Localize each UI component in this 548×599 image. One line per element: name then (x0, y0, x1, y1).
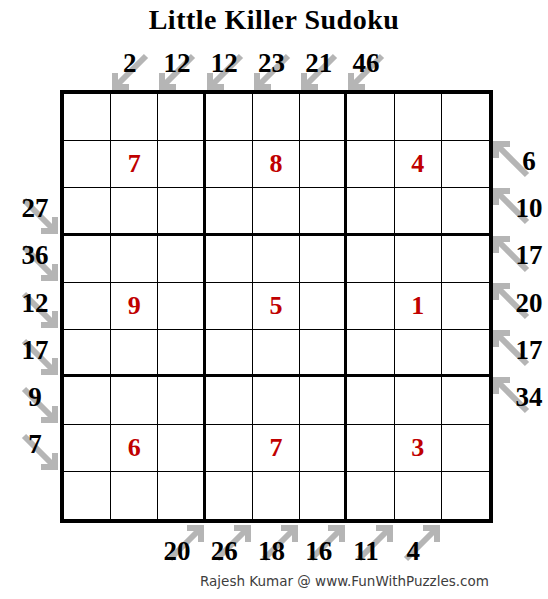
cell-r1c4[interactable] (206, 94, 253, 141)
cell-r8c7[interactable] (347, 425, 394, 472)
cell-r7c1[interactable] (64, 377, 111, 424)
clue-right-r3: 10 (516, 193, 543, 224)
cell-r3c9[interactable] (442, 188, 489, 235)
cell-r2c8: 4 (395, 141, 442, 188)
cell-r7c6[interactable] (300, 377, 347, 424)
clue-top-c3: 12 (164, 48, 191, 79)
clue-bottom-c4: 26 (211, 536, 238, 567)
cell-r8c8: 3 (395, 425, 442, 472)
cell-r7c5[interactable] (253, 377, 300, 424)
cell-r8c2: 6 (111, 425, 158, 472)
cell-r9c6[interactable] (300, 472, 347, 519)
clue-left-r8: 7 (28, 429, 42, 460)
cell-r3c4[interactable] (206, 188, 253, 235)
cell-r7c7[interactable] (347, 377, 394, 424)
cell-r1c1[interactable] (64, 94, 111, 141)
cell-r8c9[interactable] (442, 425, 489, 472)
cell-r7c9[interactable] (442, 377, 489, 424)
cell-r6c3[interactable] (158, 330, 205, 377)
clue-top-c6: 21 (305, 48, 332, 79)
clue-left-r4: 36 (22, 240, 49, 271)
cell-r7c3[interactable] (158, 377, 205, 424)
cell-r9c3[interactable] (158, 472, 205, 519)
cell-r6c8[interactable] (395, 330, 442, 377)
cell-r4c1[interactable] (64, 236, 111, 283)
cell-r9c1[interactable] (64, 472, 111, 519)
cell-r9c7[interactable] (347, 472, 394, 519)
cell-r3c3[interactable] (158, 188, 205, 235)
clue-top-c5: 23 (258, 48, 285, 79)
cell-r4c5[interactable] (253, 236, 300, 283)
cell-r6c7[interactable] (347, 330, 394, 377)
cell-r5c1[interactable] (64, 283, 111, 330)
cell-r9c9[interactable] (442, 472, 489, 519)
cell-r3c1[interactable] (64, 188, 111, 235)
cell-r3c7[interactable] (347, 188, 394, 235)
clue-right-r4: 17 (516, 240, 543, 271)
cell-r6c9[interactable] (442, 330, 489, 377)
cell-r4c2[interactable] (111, 236, 158, 283)
cell-r6c4[interactable] (206, 330, 253, 377)
clue-left-r6: 17 (22, 334, 49, 365)
clue-bottom-c5: 18 (258, 536, 285, 567)
cell-r3c8[interactable] (395, 188, 442, 235)
cell-r6c2[interactable] (111, 330, 158, 377)
clue-bottom-c6: 16 (305, 536, 332, 567)
cell-r9c4[interactable] (206, 472, 253, 519)
cell-r4c4[interactable] (206, 236, 253, 283)
clue-top-c7: 46 (352, 48, 379, 79)
cell-r1c9[interactable] (442, 94, 489, 141)
cell-r8c4[interactable] (206, 425, 253, 472)
cell-r1c2[interactable] (111, 94, 158, 141)
cell-r8c6[interactable] (300, 425, 347, 472)
clue-bottom-c7: 11 (353, 536, 379, 567)
clue-right-r7: 34 (516, 381, 543, 412)
cell-r7c2[interactable] (111, 377, 158, 424)
cell-r1c5[interactable] (253, 94, 300, 141)
cell-r1c7[interactable] (347, 94, 394, 141)
clue-left-r3: 27 (22, 193, 49, 224)
cell-r2c7[interactable] (347, 141, 394, 188)
cell-r7c8[interactable] (395, 377, 442, 424)
cell-r3c2[interactable] (111, 188, 158, 235)
clue-right-r2: 6 (522, 145, 536, 176)
cell-r4c8[interactable] (395, 236, 442, 283)
cell-r6c5[interactable] (253, 330, 300, 377)
puzzle-page: Little Killer Sudoku 2121223214620261816… (0, 0, 548, 599)
sudoku-board: 784951673 (60, 90, 493, 523)
cell-r4c3[interactable] (158, 236, 205, 283)
cell-r2c9[interactable] (442, 141, 489, 188)
cell-r5c4[interactable] (206, 283, 253, 330)
cell-r2c2: 7 (111, 141, 158, 188)
cell-r1c6[interactable] (300, 94, 347, 141)
cell-r5c5: 5 (253, 283, 300, 330)
cell-r1c3[interactable] (158, 94, 205, 141)
cell-r6c6[interactable] (300, 330, 347, 377)
puzzle-title: Little Killer Sudoku (0, 4, 548, 36)
clue-left-r7: 9 (28, 381, 42, 412)
cell-r3c5[interactable] (253, 188, 300, 235)
cell-r1c8[interactable] (395, 94, 442, 141)
clue-right-r6: 17 (516, 334, 543, 365)
cell-r5c2: 9 (111, 283, 158, 330)
clue-top-c2: 2 (123, 48, 137, 79)
cell-r9c5[interactable] (253, 472, 300, 519)
cell-r5c9[interactable] (442, 283, 489, 330)
clue-bottom-c8: 4 (406, 536, 420, 567)
cell-r2c3[interactable] (158, 141, 205, 188)
clue-bottom-c3: 20 (164, 536, 191, 567)
cell-r7c4[interactable] (206, 377, 253, 424)
credit-text: Rajesh Kumar @ www.FunWithPuzzles.com (200, 573, 489, 589)
cell-r4c6[interactable] (300, 236, 347, 283)
cell-r4c7[interactable] (347, 236, 394, 283)
cell-r2c6[interactable] (300, 141, 347, 188)
cell-r8c5: 7 (253, 425, 300, 472)
cell-r8c3[interactable] (158, 425, 205, 472)
cell-r2c1[interactable] (64, 141, 111, 188)
cell-r3c6[interactable] (300, 188, 347, 235)
cell-r9c2[interactable] (111, 472, 158, 519)
cell-r5c6[interactable] (300, 283, 347, 330)
cell-r6c1[interactable] (64, 330, 111, 377)
cell-r4c9[interactable] (442, 236, 489, 283)
cell-r5c3[interactable] (158, 283, 205, 330)
cell-r5c8: 1 (395, 283, 442, 330)
clue-left-r5: 12 (22, 287, 49, 318)
clue-right-r5: 20 (516, 287, 543, 318)
cell-r9c8[interactable] (395, 472, 442, 519)
cell-r2c4[interactable] (206, 141, 253, 188)
cell-r5c7[interactable] (347, 283, 394, 330)
cell-r2c5: 8 (253, 141, 300, 188)
clue-top-c4: 12 (211, 48, 238, 79)
cell-r8c1[interactable] (64, 425, 111, 472)
